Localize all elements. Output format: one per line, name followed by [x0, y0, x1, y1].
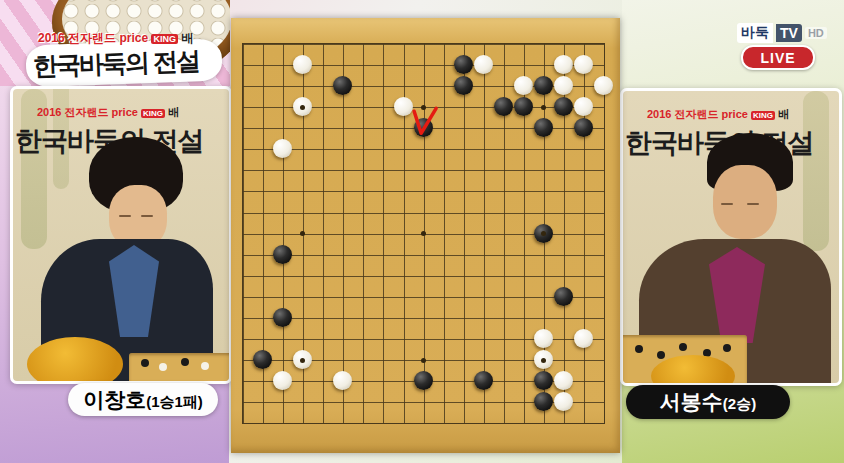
black-stone: [414, 371, 433, 390]
live-badge: LIVE: [741, 45, 815, 70]
white-stone: [574, 329, 593, 348]
white-stone: [534, 329, 553, 348]
black-stone: [534, 392, 553, 411]
black-stone: [253, 350, 272, 369]
tournament-cup-suffix: 배: [778, 108, 789, 120]
white-stone: [273, 371, 292, 390]
channel-logo: 바둑 TV HD: [737, 23, 827, 43]
star-point: [421, 231, 426, 236]
panel-tournament-line: 2016 전자랜드 price KING 배: [647, 107, 789, 122]
player-name-left: 이창호(1승1패): [68, 383, 218, 416]
channel-logo-tv: TV: [776, 24, 802, 42]
white-stone: [554, 392, 573, 411]
star-point: [300, 105, 305, 110]
white-stone: [594, 76, 613, 95]
black-stone: [414, 118, 433, 137]
white-stone: [394, 97, 413, 116]
tournament-sponsor: 전자랜드: [675, 108, 719, 120]
star-point: [300, 358, 305, 363]
black-stone: [454, 76, 473, 95]
tournament-brand-box: KING: [751, 111, 775, 120]
bamboo-graphic: [803, 91, 829, 251]
black-stone: [494, 97, 513, 116]
white-stone: [574, 97, 593, 116]
star-point: [421, 105, 426, 110]
player-eye: [747, 203, 759, 205]
panel-tournament-line: 2016 전자랜드 price KING 배: [37, 105, 179, 120]
tournament-cup-suffix: 배: [181, 31, 193, 45]
white-stone: [514, 76, 533, 95]
black-stone: [534, 118, 553, 137]
star-point: [541, 105, 546, 110]
black-stone: [574, 118, 593, 137]
white-stone: [554, 371, 573, 390]
player-right-name: 서봉수: [660, 385, 723, 418]
black-stone: [273, 245, 292, 264]
black-stone: [454, 55, 473, 74]
black-stone: [474, 371, 493, 390]
player-panel-left: 2016 전자랜드 price KING 배 한국바둑의 전설: [10, 86, 232, 384]
tournament-title: 한국바둑의 전설: [32, 44, 199, 83]
star-point: [541, 358, 546, 363]
tournament-sponsor: 전자랜드: [65, 106, 109, 118]
white-stone: [574, 55, 593, 74]
white-stone: [554, 76, 573, 95]
star-point: [421, 358, 426, 363]
black-stone: [333, 76, 352, 95]
tournament-year: 2016: [38, 31, 65, 45]
white-stone: [333, 371, 352, 390]
tournament-cup-suffix: 배: [168, 106, 179, 118]
player-left-name: 이창호: [83, 383, 146, 416]
black-stone: [273, 308, 292, 327]
player-eye: [119, 215, 131, 217]
player-face: [713, 165, 777, 239]
tournament-brand-box: KING: [151, 34, 178, 44]
tournament-brand-box: KING: [141, 109, 165, 118]
table-board-edge: [129, 353, 232, 383]
hd-badge: HD: [805, 27, 827, 39]
player-panel-right: 2016 전자랜드 price KING 배 한국바둑의 전설: [620, 88, 842, 386]
tournament-brand: price: [722, 108, 748, 120]
player-eye: [141, 215, 153, 217]
black-stone: [514, 97, 533, 116]
tournament-year: 2016: [37, 106, 61, 118]
player-name-right: 서봉수(2승): [626, 385, 790, 419]
broadcast-frame: 2016 전자랜드 price KING 배 한국바둑의 전설 바둑 TV HD…: [0, 0, 844, 463]
black-stone: [534, 76, 553, 95]
player-eye: [721, 203, 733, 205]
go-board: [231, 18, 620, 453]
white-stone: [273, 139, 292, 158]
black-stone: [554, 287, 573, 306]
tournament-year: 2016: [647, 108, 671, 120]
player-right-record: (2승): [723, 395, 756, 414]
tournament-sponsor: 전자랜드: [68, 31, 116, 45]
go-bowl: [27, 337, 123, 384]
black-stone: [554, 97, 573, 116]
player-left-record: (1승1패): [146, 393, 203, 412]
white-stone: [293, 55, 312, 74]
white-stone: [554, 55, 573, 74]
black-stone: [534, 371, 553, 390]
channel-logo-baduk: 바둑: [737, 23, 773, 43]
tournament-brand: price: [112, 106, 138, 118]
tournament-brand: price: [119, 31, 148, 45]
white-stone: [474, 55, 493, 74]
tournament-logo: 2016 전자랜드 price KING 배 한국바둑의 전설: [0, 0, 230, 86]
